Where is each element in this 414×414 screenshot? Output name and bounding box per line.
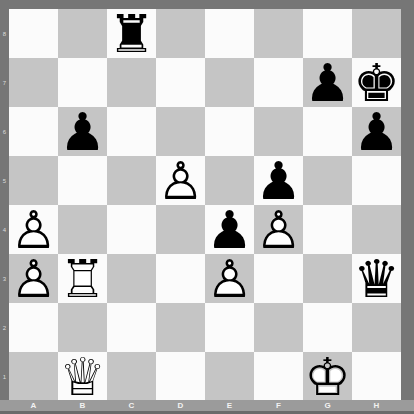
white-piece-outline: ♙: [9, 205, 58, 254]
square-a2[interactable]: [9, 303, 58, 352]
black-piece-glyph: ♛: [352, 254, 401, 303]
black-piece-glyph: ♟: [254, 156, 303, 205]
square-e2[interactable]: [205, 303, 254, 352]
square-f5[interactable]: ♟: [254, 156, 303, 205]
piece-white-pawn-a3[interactable]: ♟♙: [9, 254, 58, 303]
piece-black-pawn-b6[interactable]: ♟: [58, 107, 107, 156]
white-piece-outline: ♙: [254, 205, 303, 254]
black-piece-glyph: ♟: [352, 107, 401, 156]
white-piece-fill: ♜: [58, 254, 107, 303]
file-label-g: G: [303, 400, 352, 411]
piece-black-pawn-e4[interactable]: ♟: [205, 205, 254, 254]
rank-labels: 87654321: [0, 9, 9, 401]
piece-white-queen-b1[interactable]: ♛♕: [58, 352, 107, 401]
square-f3[interactable]: [254, 254, 303, 303]
file-label-d: D: [156, 400, 205, 411]
square-b6[interactable]: ♟: [58, 107, 107, 156]
rank-label-6: 6: [0, 107, 9, 156]
square-h5[interactable]: [352, 156, 401, 205]
rank-label-1: 1: [0, 352, 9, 401]
square-c8[interactable]: ♜: [107, 9, 156, 58]
square-e7[interactable]: [205, 58, 254, 107]
white-piece-outline: ♙: [9, 254, 58, 303]
rank-label-7: 7: [0, 58, 9, 107]
square-a7[interactable]: [9, 58, 58, 107]
square-c2[interactable]: [107, 303, 156, 352]
black-piece-glyph: ♜: [107, 9, 156, 58]
square-a3[interactable]: ♟♙: [9, 254, 58, 303]
piece-black-queen-h3[interactable]: ♛: [352, 254, 401, 303]
white-piece-outline: ♕: [58, 352, 107, 401]
square-g1[interactable]: ♚♔: [303, 352, 352, 401]
piece-black-pawn-f5[interactable]: ♟: [254, 156, 303, 205]
white-piece-fill: ♟: [156, 156, 205, 205]
square-d6[interactable]: [156, 107, 205, 156]
square-f7[interactable]: [254, 58, 303, 107]
square-e3[interactable]: ♟♙: [205, 254, 254, 303]
square-c4[interactable]: [107, 205, 156, 254]
file-label-f: F: [254, 400, 303, 411]
square-e6[interactable]: [205, 107, 254, 156]
square-h4[interactable]: [352, 205, 401, 254]
square-a6[interactable]: [9, 107, 58, 156]
square-d7[interactable]: [156, 58, 205, 107]
square-c5[interactable]: [107, 156, 156, 205]
black-piece-glyph: ♟: [303, 58, 352, 107]
rank-label-2: 2: [0, 303, 9, 352]
piece-black-king-h7[interactable]: ♚: [352, 58, 401, 107]
square-b1[interactable]: ♛♕: [58, 352, 107, 401]
white-piece-fill: ♟: [205, 254, 254, 303]
square-f6[interactable]: [254, 107, 303, 156]
square-g5[interactable]: [303, 156, 352, 205]
file-label-c: C: [107, 400, 156, 411]
piece-black-rook-c8[interactable]: ♜: [107, 9, 156, 58]
chess-board: ♜♟♚♟♟♟♙♟♟♙♟♟♙♟♙♜♖♟♙♛♛♕♚♔: [9, 9, 401, 401]
square-h8[interactable]: [352, 9, 401, 58]
square-c6[interactable]: [107, 107, 156, 156]
white-piece-fill: ♛: [58, 352, 107, 401]
square-f4[interactable]: ♟♙: [254, 205, 303, 254]
file-label-b: B: [58, 400, 107, 411]
black-piece-glyph: ♟: [58, 107, 107, 156]
square-f1[interactable]: [254, 352, 303, 401]
white-piece-outline: ♖: [58, 254, 107, 303]
black-piece-glyph: ♟: [205, 205, 254, 254]
piece-white-pawn-e3[interactable]: ♟♙: [205, 254, 254, 303]
file-label-h: H: [352, 400, 401, 411]
rank-label-8: 8: [0, 9, 9, 58]
piece-black-pawn-g7[interactable]: ♟: [303, 58, 352, 107]
piece-black-pawn-h6[interactable]: ♟: [352, 107, 401, 156]
file-label-a: A: [9, 400, 58, 411]
square-g6[interactable]: [303, 107, 352, 156]
square-a8[interactable]: [9, 9, 58, 58]
square-h6[interactable]: ♟: [352, 107, 401, 156]
white-piece-fill: ♚: [303, 352, 352, 401]
white-piece-fill: ♟: [9, 254, 58, 303]
square-e5[interactable]: [205, 156, 254, 205]
white-piece-outline: ♙: [205, 254, 254, 303]
square-f2[interactable]: [254, 303, 303, 352]
square-h3[interactable]: ♛: [352, 254, 401, 303]
square-e4[interactable]: ♟: [205, 205, 254, 254]
square-c7[interactable]: [107, 58, 156, 107]
file-label-e: E: [205, 400, 254, 411]
piece-white-pawn-a4[interactable]: ♟♙: [9, 205, 58, 254]
square-d5[interactable]: ♟♙: [156, 156, 205, 205]
square-f8[interactable]: [254, 9, 303, 58]
square-e1[interactable]: [205, 352, 254, 401]
rank-label-3: 3: [0, 254, 9, 303]
piece-white-pawn-d5[interactable]: ♟♙: [156, 156, 205, 205]
white-piece-outline: ♙: [156, 156, 205, 205]
piece-white-pawn-f4[interactable]: ♟♙: [254, 205, 303, 254]
white-piece-fill: ♟: [254, 205, 303, 254]
rank-label-4: 4: [0, 205, 9, 254]
square-d4[interactable]: [156, 205, 205, 254]
square-b8[interactable]: [58, 9, 107, 58]
square-b2[interactable]: [58, 303, 107, 352]
square-d3[interactable]: [156, 254, 205, 303]
square-a4[interactable]: ♟♙: [9, 205, 58, 254]
square-d8[interactable]: [156, 9, 205, 58]
square-h7[interactable]: ♚: [352, 58, 401, 107]
file-labels: ABCDEFGH: [9, 400, 401, 411]
square-g4[interactable]: [303, 205, 352, 254]
piece-white-rook-b3[interactable]: ♜♖: [58, 254, 107, 303]
square-d1[interactable]: [156, 352, 205, 401]
black-piece-glyph: ♚: [352, 58, 401, 107]
square-b5[interactable]: [58, 156, 107, 205]
square-b7[interactable]: [58, 58, 107, 107]
square-h1[interactable]: [352, 352, 401, 401]
white-piece-fill: ♟: [9, 205, 58, 254]
square-g2[interactable]: [303, 303, 352, 352]
square-g8[interactable]: [303, 9, 352, 58]
square-g3[interactable]: [303, 254, 352, 303]
square-c1[interactable]: [107, 352, 156, 401]
square-g7[interactable]: ♟: [303, 58, 352, 107]
rank-label-5: 5: [0, 156, 9, 205]
square-c3[interactable]: [107, 254, 156, 303]
square-a1[interactable]: [9, 352, 58, 401]
chess-board-frame: 87654321 ♜♟♚♟♟♟♙♟♟♙♟♟♙♟♙♜♖♟♙♛♛♕♚♔ ABCDEF…: [0, 0, 414, 414]
square-b4[interactable]: [58, 205, 107, 254]
square-a5[interactable]: [9, 156, 58, 205]
square-h2[interactable]: [352, 303, 401, 352]
white-piece-outline: ♔: [303, 352, 352, 401]
square-d2[interactable]: [156, 303, 205, 352]
square-e8[interactable]: [205, 9, 254, 58]
square-b3[interactable]: ♜♖: [58, 254, 107, 303]
piece-white-king-g1[interactable]: ♚♔: [303, 352, 352, 401]
